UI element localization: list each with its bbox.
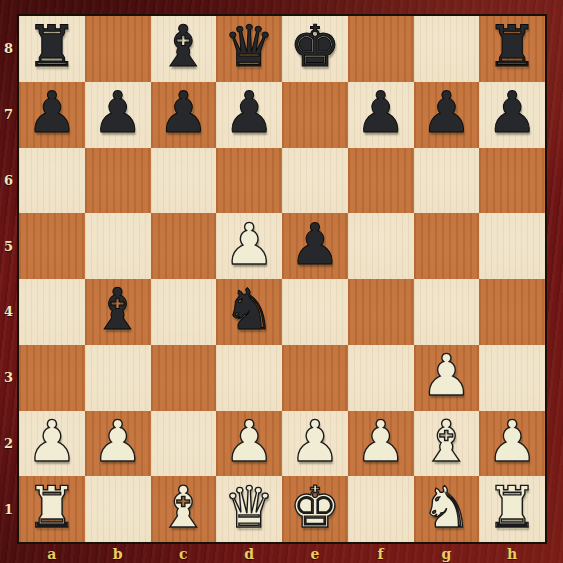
white-pawn-d5[interactable]: ♟ — [224, 216, 275, 273]
square-g5[interactable] — [414, 213, 480, 279]
file-label-e: e — [282, 544, 348, 563]
square-h3[interactable] — [479, 345, 545, 411]
white-king-e1[interactable]: ♚ — [289, 479, 340, 536]
square-d1[interactable]: ♛ — [216, 476, 282, 542]
square-d2[interactable]: ♟ — [216, 411, 282, 477]
black-pawn-g7[interactable]: ♟ — [421, 84, 472, 141]
rank-label-2: 2 — [0, 411, 17, 477]
black-king-e8[interactable]: ♚ — [289, 18, 340, 75]
square-e1[interactable]: ♚ — [282, 476, 348, 542]
file-label-g: g — [414, 544, 480, 563]
square-c2[interactable] — [151, 411, 217, 477]
rank-label-1: 1 — [0, 476, 17, 542]
black-pawn-c7[interactable]: ♟ — [158, 84, 209, 141]
square-d6[interactable] — [216, 148, 282, 214]
square-e6[interactable] — [282, 148, 348, 214]
white-knight-g1[interactable]: ♞ — [421, 479, 472, 536]
white-pawn-g3[interactable]: ♟ — [421, 347, 472, 404]
square-b7[interactable]: ♟ — [85, 82, 151, 148]
black-bishop-c8[interactable]: ♝ — [158, 18, 209, 75]
rank-label-3: 3 — [0, 345, 17, 411]
file-label-f: f — [348, 544, 414, 563]
black-rook-a8[interactable]: ♜ — [26, 18, 77, 75]
square-e8[interactable]: ♚ — [282, 16, 348, 82]
square-c4[interactable] — [151, 279, 217, 345]
white-pawn-f2[interactable]: ♟ — [355, 413, 406, 470]
square-a2[interactable]: ♟ — [19, 411, 85, 477]
square-h5[interactable] — [479, 213, 545, 279]
file-label-c: c — [151, 544, 217, 563]
square-g4[interactable] — [414, 279, 480, 345]
white-pawn-e2[interactable]: ♟ — [289, 413, 340, 470]
board[interactable]: ♜♝♛♚♜♟♟♟♟♟♟♟♟♟♝♞♟♟♟♟♟♟♝♟♜♝♛♚♞♜ — [17, 14, 547, 544]
square-f3[interactable] — [348, 345, 414, 411]
square-d7[interactable]: ♟ — [216, 82, 282, 148]
square-h8[interactable]: ♜ — [479, 16, 545, 82]
square-c7[interactable]: ♟ — [151, 82, 217, 148]
black-rook-h8[interactable]: ♜ — [487, 18, 538, 75]
black-pawn-a7[interactable]: ♟ — [26, 84, 77, 141]
square-f7[interactable]: ♟ — [348, 82, 414, 148]
file-label-h: h — [479, 544, 545, 563]
black-pawn-h7[interactable]: ♟ — [487, 84, 538, 141]
black-pawn-f7[interactable]: ♟ — [355, 84, 406, 141]
square-b8[interactable] — [85, 16, 151, 82]
white-pawn-d2[interactable]: ♟ — [224, 413, 275, 470]
white-pawn-h2[interactable]: ♟ — [487, 413, 538, 470]
square-f5[interactable] — [348, 213, 414, 279]
white-bishop-c1[interactable]: ♝ — [158, 479, 209, 536]
rank-labels: 87654321 — [0, 16, 17, 542]
file-label-d: d — [216, 544, 282, 563]
square-d5[interactable]: ♟ — [216, 213, 282, 279]
white-queen-d1[interactable]: ♛ — [224, 479, 275, 536]
square-g6[interactable] — [414, 148, 480, 214]
square-h1[interactable]: ♜ — [479, 476, 545, 542]
square-f4[interactable] — [348, 279, 414, 345]
square-e2[interactable]: ♟ — [282, 411, 348, 477]
square-a7[interactable]: ♟ — [19, 82, 85, 148]
rank-label-4: 4 — [0, 279, 17, 345]
square-b2[interactable]: ♟ — [85, 411, 151, 477]
square-h7[interactable]: ♟ — [479, 82, 545, 148]
rank-label-7: 7 — [0, 82, 17, 148]
rank-label-5: 5 — [0, 213, 17, 279]
square-d8[interactable]: ♛ — [216, 16, 282, 82]
square-g2[interactable]: ♝ — [414, 411, 480, 477]
square-b6[interactable] — [85, 148, 151, 214]
square-g3[interactable]: ♟ — [414, 345, 480, 411]
square-c3[interactable] — [151, 345, 217, 411]
square-e4[interactable] — [282, 279, 348, 345]
square-a8[interactable]: ♜ — [19, 16, 85, 82]
square-b5[interactable] — [85, 213, 151, 279]
chess-board-frame: 87654321 ♜♝♛♚♜♟♟♟♟♟♟♟♟♟♝♞♟♟♟♟♟♟♝♟♜♝♛♚♞♜ … — [0, 0, 563, 563]
square-a1[interactable]: ♜ — [19, 476, 85, 542]
square-h6[interactable] — [479, 148, 545, 214]
square-c6[interactable] — [151, 148, 217, 214]
square-a3[interactable] — [19, 345, 85, 411]
black-pawn-b7[interactable]: ♟ — [92, 84, 143, 141]
black-knight-d4[interactable]: ♞ — [224, 281, 275, 338]
black-queen-d8[interactable]: ♛ — [224, 18, 275, 75]
white-pawn-b2[interactable]: ♟ — [92, 413, 143, 470]
square-h4[interactable] — [479, 279, 545, 345]
square-e5[interactable]: ♟ — [282, 213, 348, 279]
square-d3[interactable] — [216, 345, 282, 411]
square-e3[interactable] — [282, 345, 348, 411]
file-label-a: a — [19, 544, 85, 563]
square-f8[interactable] — [348, 16, 414, 82]
file-labels: abcdefgh — [19, 544, 545, 563]
black-pawn-d7[interactable]: ♟ — [224, 84, 275, 141]
square-g7[interactable]: ♟ — [414, 82, 480, 148]
square-c8[interactable]: ♝ — [151, 16, 217, 82]
square-c1[interactable]: ♝ — [151, 476, 217, 542]
square-f6[interactable] — [348, 148, 414, 214]
square-h2[interactable]: ♟ — [479, 411, 545, 477]
white-pawn-a2[interactable]: ♟ — [26, 413, 77, 470]
white-bishop-g2[interactable]: ♝ — [421, 413, 472, 470]
square-g8[interactable] — [414, 16, 480, 82]
white-rook-a1[interactable]: ♜ — [26, 479, 77, 536]
rank-label-6: 6 — [0, 148, 17, 214]
square-b3[interactable] — [85, 345, 151, 411]
square-g1[interactable]: ♞ — [414, 476, 480, 542]
square-b1[interactable] — [85, 476, 151, 542]
black-bishop-b4[interactable]: ♝ — [92, 281, 143, 338]
square-a5[interactable] — [19, 213, 85, 279]
square-f2[interactable]: ♟ — [348, 411, 414, 477]
square-d4[interactable]: ♞ — [216, 279, 282, 345]
square-c5[interactable] — [151, 213, 217, 279]
file-label-b: b — [85, 544, 151, 563]
black-pawn-e5[interactable]: ♟ — [289, 216, 340, 273]
rank-label-8: 8 — [0, 16, 17, 82]
square-f1[interactable] — [348, 476, 414, 542]
square-a4[interactable] — [19, 279, 85, 345]
square-a6[interactable] — [19, 148, 85, 214]
square-e7[interactable] — [282, 82, 348, 148]
white-rook-h1[interactable]: ♜ — [487, 479, 538, 536]
square-b4[interactable]: ♝ — [85, 279, 151, 345]
